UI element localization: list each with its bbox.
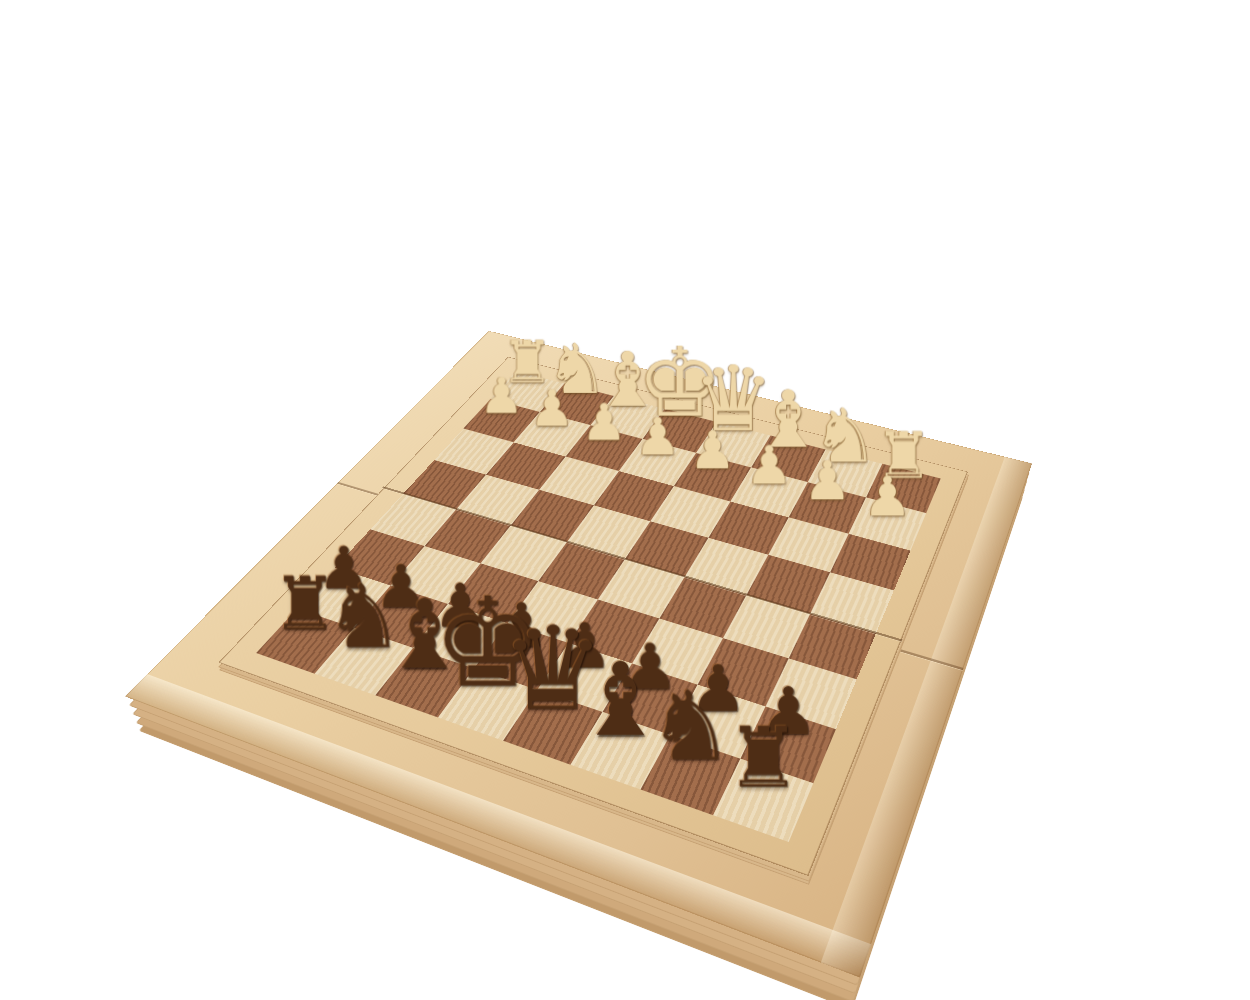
piece-white-pawn-h2: ♟ xyxy=(479,371,523,420)
piece-white-pawn-c2: ♟ xyxy=(745,439,793,492)
piece-white-pawn-f2: ♟ xyxy=(581,397,627,448)
piece-white-pawn-d2: ♟ xyxy=(689,425,736,477)
piece-white-pawn-g2: ♟ xyxy=(530,384,575,434)
square-a8: ♜ xyxy=(713,759,813,842)
chess-set-photo: ♜♞♝♚♛♝♞♜♟♟♟♟♟♟♟♟♟♟♟♟♟♟♟♟♜♞♝♚♛♝♞♜ xyxy=(285,228,965,908)
piece-white-pawn-b2: ♟ xyxy=(803,454,851,508)
piece-black-knight-b8: ♞ xyxy=(647,679,733,775)
piece-black-rook-a8: ♜ xyxy=(726,717,801,800)
chess-board-3d: ♜♞♝♚♛♝♞♜♟♟♟♟♟♟♟♟♟♟♟♟♟♟♟♟♜♞♝♚♛♝♞♜ xyxy=(125,331,1032,978)
piece-white-pawn-e2: ♟ xyxy=(634,411,680,462)
piece-white-pawn-a2: ♟ xyxy=(863,470,912,525)
